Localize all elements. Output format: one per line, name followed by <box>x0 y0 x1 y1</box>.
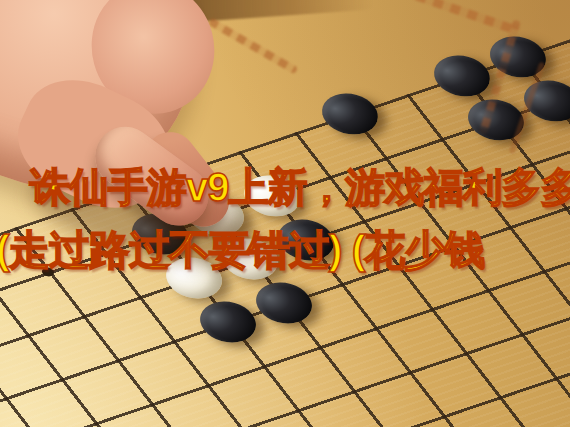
wood-grain-streak <box>398 0 520 35</box>
caption-line-2: (走过路过不要错过) (花少钱 <box>0 223 484 278</box>
wood-grain-streak <box>208 18 299 75</box>
photo-scene: 诛仙手游v9上新，游戏福利多多 (走过路过不要错过) (花少钱 <box>0 0 570 427</box>
black-stone <box>190 295 267 349</box>
black-stone <box>312 87 389 141</box>
black-stone <box>246 276 323 330</box>
caption-line-1: 诛仙手游v9上新，游戏福利多多 <box>30 160 570 215</box>
black-stone <box>424 49 501 103</box>
table-corner-wood <box>0 0 55 44</box>
table-edge-shadow <box>127 0 373 27</box>
black-stone <box>480 30 557 84</box>
